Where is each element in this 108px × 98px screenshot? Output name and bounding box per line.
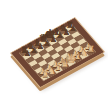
- chess-set-product-photo[interactable]: ♜♟♞♟♝♟♚♟♛♟♝♟♟♞♜♟♟♜♞♟♟♝♟♚♟♛♟♝♟♞♟♜: [0, 0, 108, 98]
- chess-board: [10, 17, 105, 88]
- board-grid: [20, 24, 96, 81]
